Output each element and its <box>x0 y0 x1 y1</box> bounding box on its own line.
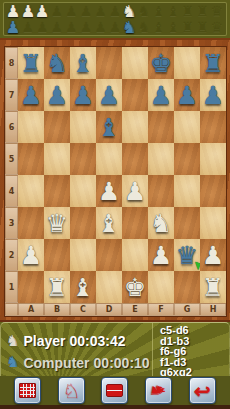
captured-white-row: ♟♟♟♟♟♟♟♟♞♞♝♝♜♜♛ <box>6 3 224 19</box>
undo-button[interactable]: ↩ <box>189 377 216 404</box>
square-d7[interactable]: ♟ <box>96 79 122 111</box>
hint-button[interactable]: ♞ <box>145 377 172 404</box>
tray-piece-black-rook: ♜ <box>181 20 194 34</box>
piece-white-pawn: ♟ <box>98 179 120 204</box>
tray-piece-black-pawn: ♟ <box>36 20 49 34</box>
square-h7[interactable]: ♟ <box>200 79 226 111</box>
tray-piece-white-bishop: ♝ <box>167 4 180 18</box>
square-a5[interactable] <box>18 143 44 175</box>
tray-piece-white-queen: ♛ <box>210 4 223 18</box>
square-f3[interactable]: ♞ <box>148 207 174 239</box>
square-f2[interactable]: ♟ <box>148 239 174 271</box>
square-c3[interactable] <box>70 207 96 239</box>
game-info-panel: ♞ Player 00:03:42 ♞ Computer 00:00:10 c5… <box>0 322 230 376</box>
tray-piece-white-knight: ♞ <box>138 4 151 18</box>
tray-slot-black-pawn: ♟ <box>35 19 50 35</box>
square-b5[interactable] <box>44 143 70 175</box>
knight-outline-icon: ♘ <box>62 381 80 401</box>
tray-piece-white-rook: ♜ <box>196 4 209 18</box>
square-c5[interactable] <box>70 143 96 175</box>
square-h5[interactable] <box>200 143 226 175</box>
piece-white-rook: ♜ <box>46 275 68 300</box>
square-e6[interactable] <box>122 111 148 143</box>
tray-piece-white-pawn: ♟ <box>20 3 35 20</box>
tray-piece-black-pawn: ♟ <box>51 20 64 34</box>
square-g3[interactable] <box>174 207 200 239</box>
square-g8[interactable] <box>174 47 200 79</box>
square-g5[interactable] <box>174 143 200 175</box>
tray-slot-white-bishop: ♝ <box>166 3 181 19</box>
tray-slot-black-queen: ♛ <box>209 19 224 35</box>
tray-piece-black-queen: ♛ <box>210 20 223 34</box>
tray-piece-black-pawn: ♟ <box>109 20 122 34</box>
square-f6[interactable] <box>148 111 174 143</box>
square-a7[interactable]: ♟ <box>18 79 44 111</box>
rank-label-7: 7 <box>5 79 18 111</box>
piece-white-king: ♚ <box>124 275 146 300</box>
square-h3[interactable] <box>200 207 226 239</box>
tray-piece-white-rook: ♜ <box>181 4 194 18</box>
square-b6[interactable] <box>44 111 70 143</box>
square-e1[interactable]: ♚ <box>122 271 148 303</box>
tray-piece-white-pawn: ♟ <box>65 4 78 18</box>
square-f7[interactable]: ♟ <box>148 79 174 111</box>
square-a2[interactable]: ♟ <box>18 239 44 271</box>
square-f1[interactable] <box>148 271 174 303</box>
square-d1[interactable] <box>96 271 122 303</box>
tray-slot-black-pawn: ♟ <box>21 19 36 35</box>
tray-slot-black-pawn: ♟ <box>50 19 65 35</box>
tray-slot-black-bishop: ♝ <box>151 19 166 35</box>
piece-white-bishop: ♝ <box>72 275 94 300</box>
rank-label-6: 6 <box>5 111 18 143</box>
tray-slot-white-pawn: ♟ <box>21 3 36 19</box>
piece-white-pawn: ♟ <box>20 243 42 268</box>
split-bars-icon <box>106 384 123 397</box>
square-h2[interactable]: ♟ <box>200 239 226 271</box>
board-frame: 8♜♞♝♚♜7♟♟♟♟♟♟♟6♝54♟♟3♛♝♞2♟♟♛➤♟1♜♝♚♜ABCDE… <box>0 38 230 322</box>
square-d3[interactable]: ♝ <box>96 207 122 239</box>
square-c7[interactable]: ♟ <box>70 79 96 111</box>
file-label-f: F <box>148 303 174 316</box>
piece-white-knight: ♞ <box>150 211 172 236</box>
piece-black-rook: ♜ <box>20 51 42 76</box>
black-player-clock: 00:00:10 <box>94 355 150 371</box>
file-label-e: E <box>122 303 148 316</box>
file-label-a: A <box>18 303 44 316</box>
tray-slot-white-rook: ♜ <box>180 3 195 19</box>
square-a4[interactable] <box>18 175 44 207</box>
new-game-button[interactable]: ♘ <box>58 377 85 404</box>
rank-label-1: 1 <box>5 271 18 303</box>
square-a3[interactable] <box>18 207 44 239</box>
piece-white-queen: ♛ <box>46 211 68 236</box>
tray-slot-black-rook: ♜ <box>180 19 195 35</box>
square-b4[interactable] <box>44 175 70 207</box>
rank-label-8: 8 <box>5 47 18 79</box>
chess-board[interactable]: 8♜♞♝♚♜7♟♟♟♟♟♟♟6♝54♟♟3♛♝♞2♟♟♛➤♟1♜♝♚♜ABCDE… <box>5 47 226 316</box>
tray-slot-white-queen: ♛ <box>209 3 224 19</box>
tray-piece-white-bishop: ♝ <box>152 4 165 18</box>
square-c6[interactable] <box>70 111 96 143</box>
tray-piece-black-knight: ♞ <box>138 20 151 34</box>
tray-piece-black-pawn: ♟ <box>94 20 107 34</box>
square-d4[interactable]: ♟ <box>96 175 122 207</box>
square-g6[interactable] <box>174 111 200 143</box>
square-h8[interactable]: ♜ <box>200 47 226 79</box>
tray-slot-black-knight: ♞ <box>122 19 137 35</box>
square-e3[interactable] <box>122 207 148 239</box>
move-entry-3[interactable]: f6-g6 <box>160 346 229 357</box>
square-b3[interactable]: ♛ <box>44 207 70 239</box>
tray-slot-black-pawn: ♟ <box>6 19 21 35</box>
tray-slot-white-pawn: ♟ <box>108 3 123 19</box>
tray-piece-white-pawn: ♟ <box>35 3 50 20</box>
tray-slot-white-pawn: ♟ <box>64 3 79 19</box>
white-knight-icon: ♞ <box>6 334 19 349</box>
grid-icon <box>19 383 36 398</box>
piece-black-bishop: ♝ <box>72 51 94 76</box>
square-h4[interactable] <box>200 175 226 207</box>
player-row-white: ♞ Player 00:03:42 <box>6 333 152 349</box>
file-label-g: G <box>174 303 200 316</box>
tray-piece-white-pawn: ♟ <box>109 4 122 18</box>
piece-white-pawn: ♟ <box>150 243 172 268</box>
square-f4[interactable] <box>148 175 174 207</box>
square-a8[interactable]: ♜ <box>18 47 44 79</box>
tray-piece-black-bishop: ♝ <box>152 20 165 34</box>
square-e2[interactable] <box>122 239 148 271</box>
piece-white-rook: ♜ <box>202 275 224 300</box>
square-f5[interactable] <box>148 143 174 175</box>
square-f8[interactable]: ♚ <box>148 47 174 79</box>
square-e8[interactable] <box>122 47 148 79</box>
piece-white-bishop: ♝ <box>98 211 120 236</box>
square-e5[interactable] <box>122 143 148 175</box>
square-h6[interactable] <box>200 111 226 143</box>
piece-black-queen: ♛ <box>176 243 198 268</box>
square-g2[interactable]: ♛➤ <box>174 239 200 271</box>
undo-arrow-icon: ↩ <box>194 381 211 401</box>
tray-piece-black-pawn: ♟ <box>6 19 21 36</box>
square-d2[interactable] <box>96 239 122 271</box>
square-g7[interactable]: ♟ <box>174 79 200 111</box>
tray-slot-white-pawn: ♟ <box>79 3 94 19</box>
tray-piece-white-pawn: ♟ <box>94 4 107 18</box>
piece-black-rook: ♜ <box>202 51 224 76</box>
tray-slot-white-pawn: ♟ <box>93 3 108 19</box>
square-g4[interactable] <box>174 175 200 207</box>
tray-piece-black-rook: ♜ <box>196 20 209 34</box>
move-list[interactable]: c5-d6d1-b3f6-g6f1-d3g6xg2 <box>152 323 229 376</box>
tray-piece-black-pawn: ♟ <box>80 20 93 34</box>
tray-slot-black-knight: ♞ <box>137 19 152 35</box>
piece-black-pawn: ♟ <box>46 83 68 108</box>
piece-black-pawn: ♟ <box>20 83 42 108</box>
tray-slot-white-bishop: ♝ <box>151 3 166 19</box>
white-player-name: Player <box>23 333 65 349</box>
tray-piece-black-pawn: ♟ <box>65 20 78 34</box>
captured-pieces-panel: ♟♟♟♟♟♟♟♟♞♞♝♝♜♜♛ ♟♟♟♟♟♟♟♟♞♞♝♝♜♜♛ <box>3 2 227 36</box>
piece-white-pawn: ♟ <box>124 179 146 204</box>
tray-slot-white-pawn: ♟ <box>35 3 50 19</box>
piece-black-bishop: ♝ <box>98 115 120 140</box>
tray-slot-white-pawn: ♟ <box>50 3 65 19</box>
file-label-c: C <box>70 303 96 316</box>
toolbar: ♘ ♞ ↩ <box>0 376 230 409</box>
tray-piece-black-bishop: ♝ <box>167 20 180 34</box>
file-label-h: H <box>200 303 226 316</box>
player-row-black: ♞ Computer 00:00:10 <box>6 355 152 371</box>
piece-black-pawn: ♟ <box>150 83 172 108</box>
square-d8[interactable] <box>96 47 122 79</box>
tray-slot-black-bishop: ♝ <box>166 19 181 35</box>
captured-pieces-tray: ♟♟♟♟♟♟♟♟♞♞♝♝♜♜♛ ♟♟♟♟♟♟♟♟♞♞♝♝♜♜♛ <box>0 0 230 38</box>
square-c2[interactable] <box>70 239 96 271</box>
lying-knight-icon: ♞ <box>147 381 168 400</box>
square-h1[interactable]: ♜ <box>200 271 226 303</box>
piece-black-king: ♚ <box>150 51 172 76</box>
piece-black-knight: ♞ <box>46 51 68 76</box>
piece-black-pawn: ♟ <box>202 83 224 108</box>
tray-slot-white-rook: ♜ <box>195 3 210 19</box>
square-e4[interactable]: ♟ <box>122 175 148 207</box>
piece-black-pawn: ♟ <box>176 83 198 108</box>
tray-slot-black-pawn: ♟ <box>64 19 79 35</box>
piece-white-pawn: ♟ <box>202 243 224 268</box>
captured-black-row: ♟♟♟♟♟♟♟♟♞♞♝♝♜♜♛ <box>6 19 224 35</box>
white-player-clock: 00:03:42 <box>70 333 126 349</box>
square-b7[interactable]: ♟ <box>44 79 70 111</box>
black-knight-icon: ♞ <box>6 355 19 370</box>
tray-slot-black-pawn: ♟ <box>108 19 123 35</box>
square-a1[interactable] <box>18 271 44 303</box>
board-corner <box>5 303 18 316</box>
square-g1[interactable] <box>174 271 200 303</box>
move-entry-1[interactable]: c5-d6 <box>160 325 229 336</box>
tray-slot-black-pawn: ♟ <box>79 19 94 35</box>
rank-label-3: 3 <box>5 207 18 239</box>
square-d6[interactable]: ♝ <box>96 111 122 143</box>
piece-black-pawn: ♟ <box>98 83 120 108</box>
grid-menu-button[interactable] <box>14 377 41 404</box>
square-b8[interactable]: ♞ <box>44 47 70 79</box>
file-label-b: B <box>44 303 70 316</box>
square-b1[interactable]: ♜ <box>44 271 70 303</box>
square-d5[interactable] <box>96 143 122 175</box>
rank-label-5: 5 <box>5 143 18 175</box>
file-label-d: D <box>96 303 122 316</box>
tray-piece-white-pawn: ♟ <box>80 4 93 18</box>
square-a6[interactable] <box>18 111 44 143</box>
tray-piece-white-pawn: ♟ <box>51 4 64 18</box>
board-split-button[interactable] <box>101 377 128 404</box>
tray-slot-white-knight: ♞ <box>137 3 152 19</box>
chess-app: ♟♟♟♟♟♟♟♟♞♞♝♝♜♜♛ ♟♟♟♟♟♟♟♟♞♞♝♝♜♜♛ 8♜♞♝♚♜7♟… <box>0 0 230 409</box>
square-c1[interactable]: ♝ <box>70 271 96 303</box>
black-player-name: Computer <box>23 355 89 371</box>
tray-slot-black-pawn: ♟ <box>93 19 108 35</box>
rank-label-2: 2 <box>5 239 18 271</box>
square-b2[interactable] <box>44 239 70 271</box>
piece-black-pawn: ♟ <box>72 83 94 108</box>
square-c4[interactable] <box>70 175 96 207</box>
tray-piece-black-knight: ♞ <box>122 19 137 36</box>
square-e7[interactable] <box>122 79 148 111</box>
players-section: ♞ Player 00:03:42 ♞ Computer 00:00:10 <box>1 323 152 376</box>
tray-slot-black-rook: ♜ <box>195 19 210 35</box>
square-c8[interactable]: ♝ <box>70 47 96 79</box>
tray-piece-black-pawn: ♟ <box>22 20 35 34</box>
rank-label-4: 4 <box>5 175 18 207</box>
